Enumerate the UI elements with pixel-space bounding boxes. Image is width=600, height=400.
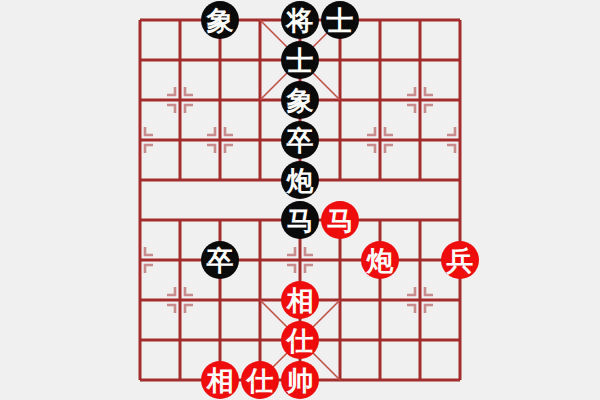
xiangqi-board: 象将士士象卒炮马卒马炮兵相仕相仕帅 — [0, 0, 600, 400]
piece-red-advisor[interactable]: 仕 — [281, 321, 319, 359]
piece-red-horse[interactable]: 马 — [321, 201, 359, 239]
piece-black-soldier[interactable]: 卒 — [201, 241, 239, 279]
piece-red-soldier[interactable]: 兵 — [441, 241, 479, 279]
piece-red-elephant[interactable]: 相 — [201, 361, 239, 399]
piece-black-elephant[interactable]: 象 — [281, 81, 319, 119]
piece-black-general[interactable]: 将 — [281, 1, 319, 39]
piece-red-advisor[interactable]: 仕 — [241, 361, 279, 399]
piece-black-advisor[interactable]: 士 — [321, 1, 359, 39]
piece-red-elephant[interactable]: 相 — [281, 281, 319, 319]
app-background: 象将士士象卒炮马卒马炮兵相仕相仕帅 — [0, 0, 600, 400]
piece-black-cannon[interactable]: 炮 — [281, 161, 319, 199]
piece-red-cannon[interactable]: 炮 — [361, 241, 399, 279]
piece-black-soldier[interactable]: 卒 — [281, 121, 319, 159]
piece-grid: 象将士士象卒炮马卒马炮兵相仕相仕帅 — [120, 0, 480, 400]
piece-red-general[interactable]: 帅 — [281, 361, 319, 399]
piece-black-horse[interactable]: 马 — [281, 201, 319, 239]
piece-black-advisor[interactable]: 士 — [281, 41, 319, 79]
piece-black-elephant[interactable]: 象 — [201, 1, 239, 39]
